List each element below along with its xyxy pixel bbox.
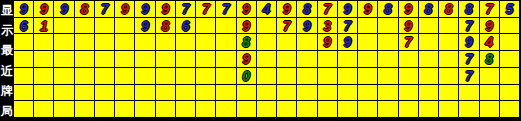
result-digit: 8: [161, 19, 169, 33]
cell-r1c7: 9: [135, 1, 154, 17]
result-digit: 8: [445, 2, 453, 16]
cell-r7c25: [500, 101, 519, 117]
cell-r6c19: [378, 85, 397, 101]
cell-r6c23: [459, 85, 478, 101]
cell-r1c15: 8: [297, 1, 316, 17]
cell-r1c10: 7: [196, 1, 215, 17]
cell-r7c8: [156, 101, 175, 117]
result-digit: 7: [344, 19, 352, 33]
cell-r2c24: 9: [480, 18, 499, 34]
cell-r6c12: [237, 85, 256, 101]
cell-r2c8: 8: [156, 18, 175, 34]
label-char: 显: [0, 0, 14, 20]
result-digit: 7: [404, 35, 412, 49]
cell-r5c4: [75, 68, 94, 84]
label-char: 牌: [0, 81, 14, 101]
cell-r3c2: [34, 34, 53, 50]
cell-r6c25: [500, 85, 519, 101]
cell-r6c20: [399, 85, 418, 101]
cell-r3c10: [196, 34, 215, 50]
cell-r4c1: [14, 51, 33, 67]
cell-r4c21: [419, 51, 438, 67]
cell-r4c10: [196, 51, 215, 67]
result-digit: 9: [161, 2, 169, 16]
cell-r3c23: 9: [459, 34, 478, 50]
cell-r7c12: [237, 101, 256, 117]
result-digit: 8: [384, 2, 392, 16]
result-digit: 6: [182, 19, 190, 33]
cell-r2c13: [257, 18, 276, 34]
result-digit: 9: [364, 2, 372, 16]
cell-r5c12: 0: [237, 68, 256, 84]
cell-r1c4: 8: [75, 1, 94, 17]
cell-r1c6: 9: [115, 1, 134, 17]
cell-r5c7: [135, 68, 154, 84]
cell-r3c14: [277, 34, 296, 50]
cell-r5c17: [338, 68, 357, 84]
cell-r1c5: 7: [95, 1, 114, 17]
cell-r5c2: [34, 68, 53, 84]
cell-r2c7: 9: [135, 18, 154, 34]
cell-r4c14: [277, 51, 296, 67]
cell-r5c18: [358, 68, 377, 84]
result-digit: 7: [465, 69, 473, 83]
recent-games-label: 显 示 最 近 牌 局: [0, 0, 14, 121]
cell-r1c3: 9: [54, 1, 73, 17]
result-digit: 7: [101, 2, 109, 16]
cell-r7c24: [480, 101, 499, 117]
cell-r7c15: [297, 101, 316, 117]
result-digit: 5: [505, 2, 513, 16]
cell-r4c5: [95, 51, 114, 67]
cell-r4c23: 7: [459, 51, 478, 67]
cell-r3c17: 9: [338, 34, 357, 50]
cell-r2c22: [439, 18, 458, 34]
cell-r3c8: [156, 34, 175, 50]
cell-r7c14: [277, 101, 296, 117]
result-digit: 8: [242, 35, 250, 49]
result-digit: 7: [182, 2, 190, 16]
cell-r7c13: [257, 101, 276, 117]
result-digit: 9: [20, 2, 28, 16]
result-digit: 9: [121, 2, 129, 16]
cell-r3c1: [14, 34, 33, 50]
cell-r3c15: [297, 34, 316, 50]
cell-r1c18: 9: [358, 1, 377, 17]
cell-r7c1: [14, 101, 33, 117]
cell-r6c10: [196, 85, 215, 101]
result-digit: 9: [465, 35, 473, 49]
cell-r5c13: [257, 68, 276, 84]
cell-r2c4: [75, 18, 94, 34]
result-digit: 9: [485, 19, 493, 33]
cell-r4c22: [439, 51, 458, 67]
cell-r2c16: 3: [318, 18, 337, 34]
label-char: 最: [0, 40, 14, 60]
cell-r6c17: [338, 85, 357, 101]
result-digit: 9: [40, 2, 48, 16]
cell-r3c9: [176, 34, 195, 50]
result-digit: 3: [323, 19, 331, 33]
cell-r5c3: [54, 68, 73, 84]
cell-r4c4: [75, 51, 94, 67]
cell-r1c23: 8: [459, 1, 478, 17]
cell-r5c14: [277, 68, 296, 84]
cell-r6c11: [216, 85, 235, 101]
cell-r6c6: [115, 85, 134, 101]
cell-r1c11: 7: [216, 1, 235, 17]
cell-r6c14: [277, 85, 296, 101]
cell-r2c17: 7: [338, 18, 357, 34]
cell-r7c22: [439, 101, 458, 117]
cell-r4c16: [318, 51, 337, 67]
cell-r1c13: 4: [257, 1, 276, 17]
result-digit: 7: [222, 2, 230, 16]
cell-r2c5: [95, 18, 114, 34]
cell-r5c25: [500, 68, 519, 84]
cell-r7c18: [358, 101, 377, 117]
result-digit: 9: [404, 19, 412, 33]
result-digit: 9: [323, 35, 331, 49]
cell-r7c10: [196, 101, 215, 117]
cell-r6c4: [75, 85, 94, 101]
cell-r7c7: [135, 101, 154, 117]
result-digit: 0: [242, 69, 250, 83]
cell-r1c14: 9: [277, 1, 296, 17]
result-digit: 8: [303, 2, 311, 16]
cell-r4c18: [358, 51, 377, 67]
cell-r3c6: [115, 34, 134, 50]
cell-r2c1: 6: [14, 18, 33, 34]
cell-r2c18: [358, 18, 377, 34]
cell-r6c24: [480, 85, 499, 101]
cell-r1c12: 9: [237, 1, 256, 17]
cell-r6c9: [176, 85, 195, 101]
cell-r3c13: [257, 34, 276, 50]
result-digit: 9: [242, 19, 250, 33]
result-digit: 9: [60, 2, 68, 16]
result-digit: 9: [242, 52, 250, 66]
cell-r6c22: [439, 85, 458, 101]
result-digit: 9: [242, 2, 250, 16]
cell-r3c22: [439, 34, 458, 50]
cell-r4c12: 9: [237, 51, 256, 67]
cell-r7c3: [54, 101, 73, 117]
cell-r2c20: 9: [399, 18, 418, 34]
cell-r5c10: [196, 68, 215, 84]
cell-r3c7: [135, 34, 154, 50]
cell-r2c6: [115, 18, 134, 34]
cell-r6c3: [54, 85, 73, 101]
cell-r2c2: 1: [34, 18, 53, 34]
cell-r1c22: 8: [439, 1, 458, 17]
result-digit: 4: [485, 35, 493, 49]
cell-r3c20: 7: [399, 34, 418, 50]
cell-r2c12: 9: [237, 18, 256, 34]
cell-r7c5: [95, 101, 114, 117]
cell-r1c8: 9: [156, 1, 175, 17]
cell-r3c25: [500, 34, 519, 50]
cell-r6c1: [14, 85, 33, 101]
result-digit: 9: [283, 2, 291, 16]
cell-r2c25: [500, 18, 519, 34]
cell-r2c21: [419, 18, 438, 34]
cell-r1c19: 8: [378, 1, 397, 17]
result-digit: 9: [344, 35, 352, 49]
cell-r3c18: [358, 34, 377, 50]
result-digit: 9: [141, 2, 149, 16]
cell-r4c6: [115, 51, 134, 67]
label-char: 示: [0, 20, 14, 40]
cell-r3c21: [419, 34, 438, 50]
cell-r4c7: [135, 51, 154, 67]
cell-r6c8: [156, 85, 175, 101]
result-digit: 9: [404, 2, 412, 16]
result-digit: 9: [141, 19, 149, 33]
recent-results-board: 显 示 最 近 牌 局 9998799977794987998988875619…: [0, 0, 521, 121]
cell-r3c24: 4: [480, 34, 499, 50]
cell-r6c15: [297, 85, 316, 101]
cell-r6c16: [318, 85, 337, 101]
cell-r5c6: [115, 68, 134, 84]
result-digit: 8: [485, 52, 493, 66]
cell-r7c19: [378, 101, 397, 117]
cell-r6c18: [358, 85, 377, 101]
cell-r5c11: [216, 68, 235, 84]
cell-r4c9: [176, 51, 195, 67]
cell-r5c16: [318, 68, 337, 84]
cell-r4c3: [54, 51, 73, 67]
cell-r3c4: [75, 34, 94, 50]
cell-r6c2: [34, 85, 53, 101]
cell-r7c16: [318, 101, 337, 117]
result-digit: 9: [303, 19, 311, 33]
label-char: 局: [0, 101, 14, 121]
cell-r1c16: 7: [318, 1, 337, 17]
cell-r5c23: 7: [459, 68, 478, 84]
cell-r5c15: [297, 68, 316, 84]
cell-r3c3: [54, 34, 73, 50]
cell-r7c4: [75, 101, 94, 117]
cell-r7c9: [176, 101, 195, 117]
cell-r5c8: [156, 68, 175, 84]
cell-r1c25: 5: [500, 1, 519, 17]
results-grid: 9998799977794987998988875619869793797989…: [14, 0, 521, 121]
cell-r2c3: [54, 18, 73, 34]
cell-r5c5: [95, 68, 114, 84]
cell-r7c20: [399, 101, 418, 117]
cell-r5c9: [176, 68, 195, 84]
cell-r5c20: [399, 68, 418, 84]
cell-r6c5: [95, 85, 114, 101]
cell-r1c9: 7: [176, 1, 195, 17]
result-digit: 7: [465, 19, 473, 33]
cell-r4c15: [297, 51, 316, 67]
cell-r7c23: [459, 101, 478, 117]
result-digit: 7: [323, 2, 331, 16]
cell-r1c20: 9: [399, 1, 418, 17]
cell-r4c8: [156, 51, 175, 67]
cell-r4c11: [216, 51, 235, 67]
label-char: 近: [0, 61, 14, 81]
cell-r4c20: [399, 51, 418, 67]
cell-r4c19: [378, 51, 397, 67]
cell-r2c19: [378, 18, 397, 34]
result-digit: 7: [283, 19, 291, 33]
cell-r4c13: [257, 51, 276, 67]
result-digit: 8: [80, 2, 88, 16]
cell-r3c11: [216, 34, 235, 50]
result-digit: 1: [40, 19, 48, 33]
cell-r2c14: 7: [277, 18, 296, 34]
result-digit: 6: [20, 19, 28, 33]
cell-r7c11: [216, 101, 235, 117]
cell-r2c9: 6: [176, 18, 195, 34]
cell-r6c21: [419, 85, 438, 101]
result-digit: 9: [344, 2, 352, 16]
cell-r3c5: [95, 34, 114, 50]
cell-r3c19: [378, 34, 397, 50]
cell-r1c21: 8: [419, 1, 438, 17]
cell-r2c10: [196, 18, 215, 34]
cell-r3c16: 9: [318, 34, 337, 50]
cell-r7c2: [34, 101, 53, 117]
cell-r1c2: 9: [34, 1, 53, 17]
result-digit: 7: [485, 2, 493, 16]
cell-r1c24: 7: [480, 1, 499, 17]
cell-r4c2: [34, 51, 53, 67]
cell-r7c17: [338, 101, 357, 117]
result-digit: 7: [202, 2, 210, 16]
result-digit: 4: [263, 2, 271, 16]
cell-r3c12: 8: [237, 34, 256, 50]
cell-r1c17: 9: [338, 1, 357, 17]
cell-r2c15: 9: [297, 18, 316, 34]
cell-r4c24: 8: [480, 51, 499, 67]
result-digit: 7: [465, 52, 473, 66]
cell-r7c21: [419, 101, 438, 117]
cell-r5c1: [14, 68, 33, 84]
cell-r1c1: 9: [14, 1, 33, 17]
cell-r6c7: [135, 85, 154, 101]
result-digit: 8: [465, 2, 473, 16]
cell-r5c19: [378, 68, 397, 84]
cell-r4c25: [500, 51, 519, 67]
cell-r7c6: [115, 101, 134, 117]
cell-r4c17: [338, 51, 357, 67]
cell-r5c21: [419, 68, 438, 84]
cell-r5c22: [439, 68, 458, 84]
cell-r2c11: [216, 18, 235, 34]
cell-r6c13: [257, 85, 276, 101]
result-digit: 8: [425, 2, 433, 16]
cell-r5c24: [480, 68, 499, 84]
cell-r2c23: 7: [459, 18, 478, 34]
